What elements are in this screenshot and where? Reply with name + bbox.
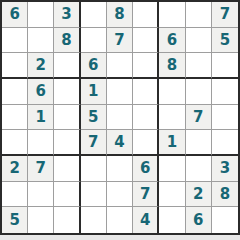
cell-r1c9[interactable]: 7 [212, 2, 238, 28]
cell-r7c4[interactable] [81, 156, 107, 182]
cell-r1c4[interactable] [81, 2, 107, 28]
cell-r9c4[interactable] [81, 207, 107, 233]
board-bottom-margin [0, 235, 240, 240]
cell-r1c6[interactable] [133, 2, 159, 28]
cell-r6c7[interactable]: 1 [159, 130, 185, 156]
cell-r7c1[interactable]: 2 [2, 156, 28, 182]
cell-r2c5[interactable]: 7 [107, 28, 133, 54]
cell-r2c9[interactable]: 5 [212, 28, 238, 54]
cell-r5c9[interactable] [212, 105, 238, 131]
cell-r5c5[interactable] [107, 105, 133, 131]
cell-r3c9[interactable] [212, 53, 238, 79]
cell-r1c1[interactable]: 6 [2, 2, 28, 28]
cell-r6c8[interactable] [186, 130, 212, 156]
cell-r3c5[interactable] [107, 53, 133, 79]
cell-r8c1[interactable] [2, 182, 28, 208]
cell-r5c4[interactable]: 5 [81, 105, 107, 131]
cell-r8c9[interactable]: 8 [212, 182, 238, 208]
cell-r8c3[interactable] [54, 182, 80, 208]
cell-r2c3[interactable]: 8 [54, 28, 80, 54]
cell-r8c2[interactable] [28, 182, 54, 208]
cell-r1c2[interactable] [28, 2, 54, 28]
cell-r7c8[interactable] [186, 156, 212, 182]
cell-r6c2[interactable] [28, 130, 54, 156]
cell-r8c6[interactable]: 7 [133, 182, 159, 208]
cell-r6c4[interactable]: 7 [81, 130, 107, 156]
cell-r5c2[interactable]: 1 [28, 105, 54, 131]
cell-r5c3[interactable] [54, 105, 80, 131]
cell-r8c8[interactable]: 2 [186, 182, 212, 208]
cell-r7c9[interactable]: 3 [212, 156, 238, 182]
cell-r1c5[interactable]: 8 [107, 2, 133, 28]
cell-r4c3[interactable] [54, 79, 80, 105]
cell-r3c4[interactable]: 6 [81, 53, 107, 79]
cell-r4c9[interactable] [212, 79, 238, 105]
cell-r9c2[interactable] [28, 207, 54, 233]
cell-r3c1[interactable] [2, 53, 28, 79]
cell-r4c1[interactable] [2, 79, 28, 105]
sudoku-board: 63878765268611577412763728546 [0, 0, 240, 235]
cell-r4c7[interactable] [159, 79, 185, 105]
cell-r5c6[interactable] [133, 105, 159, 131]
cell-r2c7[interactable]: 6 [159, 28, 185, 54]
cell-r3c6[interactable] [133, 53, 159, 79]
cell-r9c6[interactable]: 4 [133, 207, 159, 233]
cell-r4c2[interactable]: 6 [28, 79, 54, 105]
cell-r5c8[interactable]: 7 [186, 105, 212, 131]
cell-r7c2[interactable]: 7 [28, 156, 54, 182]
cell-r1c8[interactable] [186, 2, 212, 28]
cell-r7c5[interactable] [107, 156, 133, 182]
cell-r9c7[interactable] [159, 207, 185, 233]
cell-r6c3[interactable] [54, 130, 80, 156]
cell-r5c7[interactable] [159, 105, 185, 131]
cell-r4c8[interactable] [186, 79, 212, 105]
cell-r8c7[interactable] [159, 182, 185, 208]
cell-r3c7[interactable]: 8 [159, 53, 185, 79]
cell-r9c8[interactable]: 6 [186, 207, 212, 233]
cell-r3c8[interactable] [186, 53, 212, 79]
cell-r2c8[interactable] [186, 28, 212, 54]
cell-r6c9[interactable] [212, 130, 238, 156]
cell-r3c3[interactable] [54, 53, 80, 79]
cell-r8c4[interactable] [81, 182, 107, 208]
cell-r7c7[interactable] [159, 156, 185, 182]
cell-r5c1[interactable] [2, 105, 28, 131]
cell-r2c2[interactable] [28, 28, 54, 54]
cell-r6c5[interactable]: 4 [107, 130, 133, 156]
cell-r7c3[interactable] [54, 156, 80, 182]
cell-r6c6[interactable] [133, 130, 159, 156]
cell-r1c3[interactable]: 3 [54, 2, 80, 28]
cell-r9c5[interactable] [107, 207, 133, 233]
cell-r7c6[interactable]: 6 [133, 156, 159, 182]
cell-r4c5[interactable] [107, 79, 133, 105]
cell-r6c1[interactable] [2, 130, 28, 156]
cell-r9c3[interactable] [54, 207, 80, 233]
cell-r2c6[interactable] [133, 28, 159, 54]
cell-r4c6[interactable] [133, 79, 159, 105]
cell-r1c7[interactable] [159, 2, 185, 28]
cell-r4c4[interactable]: 1 [81, 79, 107, 105]
cell-r9c9[interactable] [212, 207, 238, 233]
cell-r8c5[interactable] [107, 182, 133, 208]
cell-r9c1[interactable]: 5 [2, 207, 28, 233]
cell-r2c4[interactable] [81, 28, 107, 54]
cell-r3c2[interactable]: 2 [28, 53, 54, 79]
cell-r2c1[interactable] [2, 28, 28, 54]
